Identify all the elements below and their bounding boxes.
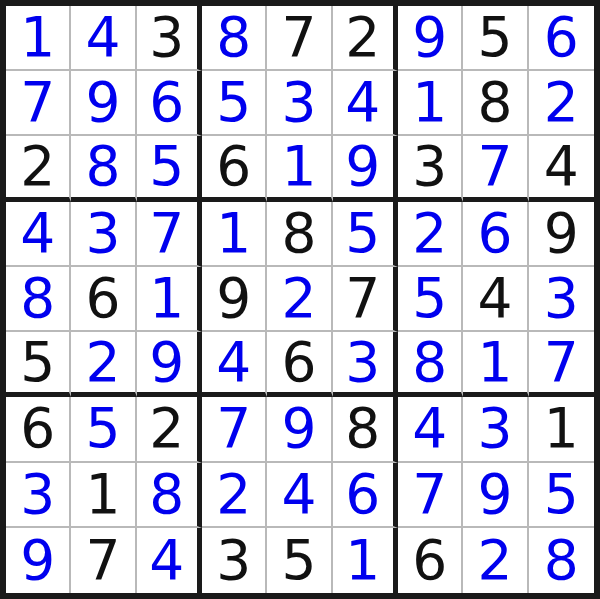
cell-r9c2[interactable]: 7: [71, 528, 136, 593]
cell-r3c3[interactable]: 5: [137, 136, 202, 201]
cell-r2c7[interactable]: 1: [398, 71, 463, 136]
cell-r9c3[interactable]: 4: [137, 528, 202, 593]
cell-r8c6[interactable]: 6: [333, 463, 398, 528]
cell-r3c5[interactable]: 1: [267, 136, 332, 201]
cell-r4c4[interactable]: 1: [202, 202, 267, 267]
cell-r8c1[interactable]: 3: [6, 463, 71, 528]
cell-r5c7[interactable]: 5: [398, 267, 463, 332]
cell-r2c2[interactable]: 9: [71, 71, 136, 136]
cell-r8c8[interactable]: 9: [463, 463, 528, 528]
cell-r6c9[interactable]: 7: [529, 332, 594, 397]
cell-r4c3[interactable]: 7: [137, 202, 202, 267]
cell-r1c4[interactable]: 8: [202, 6, 267, 71]
cell-r4c5[interactable]: 8: [267, 202, 332, 267]
cell-r3c4[interactable]: 6: [202, 136, 267, 201]
cell-r7c1[interactable]: 6: [6, 397, 71, 462]
cell-r7c2[interactable]: 5: [71, 397, 136, 462]
cell-r8c7[interactable]: 7: [398, 463, 463, 528]
cell-r1c3[interactable]: 3: [137, 6, 202, 71]
cell-r2c6[interactable]: 4: [333, 71, 398, 136]
cell-r5c6[interactable]: 7: [333, 267, 398, 332]
cell-r7c7[interactable]: 4: [398, 397, 463, 462]
cell-r2c8[interactable]: 8: [463, 71, 528, 136]
cell-r1c1[interactable]: 1: [6, 6, 71, 71]
cell-r9c5[interactable]: 5: [267, 528, 332, 593]
cell-r5c3[interactable]: 1: [137, 267, 202, 332]
cell-r7c3[interactable]: 2: [137, 397, 202, 462]
cell-r1c8[interactable]: 5: [463, 6, 528, 71]
cell-r4c9[interactable]: 9: [529, 202, 594, 267]
cell-r6c6[interactable]: 3: [333, 332, 398, 397]
cell-r3c1[interactable]: 2: [6, 136, 71, 201]
cell-r2c5[interactable]: 3: [267, 71, 332, 136]
cell-r8c9[interactable]: 5: [529, 463, 594, 528]
cell-r6c5[interactable]: 6: [267, 332, 332, 397]
cell-r3c7[interactable]: 3: [398, 136, 463, 201]
cell-r1c5[interactable]: 7: [267, 6, 332, 71]
cell-r6c2[interactable]: 2: [71, 332, 136, 397]
cell-r8c5[interactable]: 4: [267, 463, 332, 528]
cell-r4c6[interactable]: 5: [333, 202, 398, 267]
cell-r7c8[interactable]: 3: [463, 397, 528, 462]
cell-r9c8[interactable]: 2: [463, 528, 528, 593]
cell-r2c1[interactable]: 7: [6, 71, 71, 136]
cell-r7c6[interactable]: 8: [333, 397, 398, 462]
cell-r2c3[interactable]: 6: [137, 71, 202, 136]
cell-r5c2[interactable]: 6: [71, 267, 136, 332]
cell-r5c1[interactable]: 8: [6, 267, 71, 332]
cell-r1c9[interactable]: 6: [529, 6, 594, 71]
cell-r3c9[interactable]: 4: [529, 136, 594, 201]
cell-r6c7[interactable]: 8: [398, 332, 463, 397]
cell-r7c4[interactable]: 7: [202, 397, 267, 462]
cell-r3c8[interactable]: 7: [463, 136, 528, 201]
cell-r5c4[interactable]: 9: [202, 267, 267, 332]
sudoku-board: 1438729567965341822856193744371852698619…: [0, 0, 600, 599]
cell-r6c1[interactable]: 5: [6, 332, 71, 397]
cell-r7c5[interactable]: 9: [267, 397, 332, 462]
cell-r9c1[interactable]: 9: [6, 528, 71, 593]
cell-r9c7[interactable]: 6: [398, 528, 463, 593]
cell-r4c2[interactable]: 3: [71, 202, 136, 267]
cell-r5c9[interactable]: 3: [529, 267, 594, 332]
cell-r6c3[interactable]: 9: [137, 332, 202, 397]
cell-r4c7[interactable]: 2: [398, 202, 463, 267]
cell-r7c9[interactable]: 1: [529, 397, 594, 462]
cell-r9c9[interactable]: 8: [529, 528, 594, 593]
cell-r5c5[interactable]: 2: [267, 267, 332, 332]
cell-r8c2[interactable]: 1: [71, 463, 136, 528]
cell-r9c6[interactable]: 1: [333, 528, 398, 593]
cell-r1c7[interactable]: 9: [398, 6, 463, 71]
cell-r8c3[interactable]: 8: [137, 463, 202, 528]
cell-r4c8[interactable]: 6: [463, 202, 528, 267]
cell-r5c8[interactable]: 4: [463, 267, 528, 332]
cell-r6c8[interactable]: 1: [463, 332, 528, 397]
cell-r9c4[interactable]: 3: [202, 528, 267, 593]
cell-r2c4[interactable]: 5: [202, 71, 267, 136]
cell-r8c4[interactable]: 2: [202, 463, 267, 528]
cell-r1c6[interactable]: 2: [333, 6, 398, 71]
cell-r2c9[interactable]: 2: [529, 71, 594, 136]
cell-r1c2[interactable]: 4: [71, 6, 136, 71]
cell-r3c2[interactable]: 8: [71, 136, 136, 201]
cell-r4c1[interactable]: 4: [6, 202, 71, 267]
cell-r3c6[interactable]: 9: [333, 136, 398, 201]
cell-r6c4[interactable]: 4: [202, 332, 267, 397]
